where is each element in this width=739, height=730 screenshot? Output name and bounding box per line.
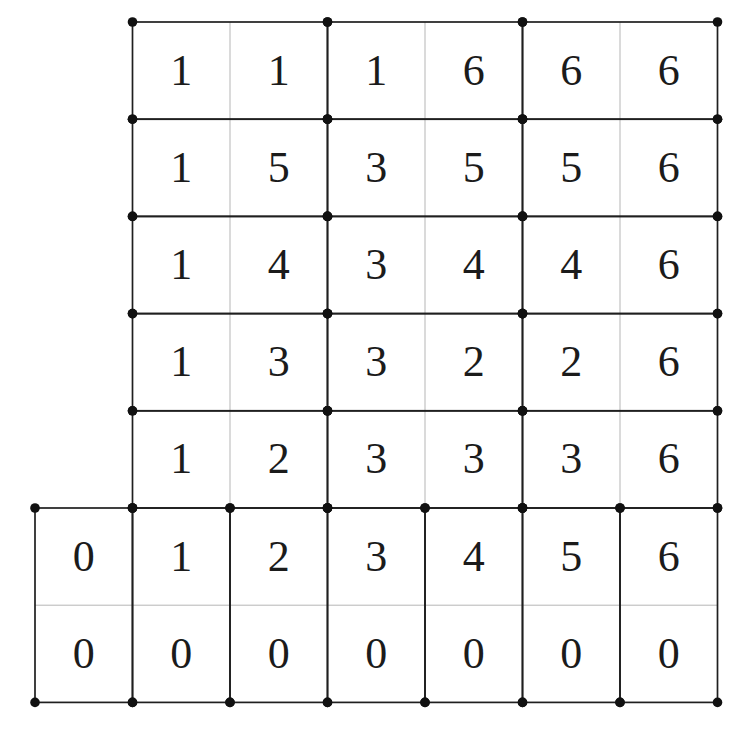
cell-r2c1: 1	[133, 216, 231, 313]
cell-r2c4: 4	[425, 216, 523, 313]
cell-r2c6: 6	[620, 216, 718, 313]
cell-r4c3: 3	[328, 411, 426, 508]
cell-r1c2: 5	[230, 119, 328, 216]
cell-r6c2: 0	[230, 605, 328, 702]
cell-r6c6: 0	[620, 605, 718, 702]
board-grid: 1116661535561434461332261233360123456000…	[35, 22, 718, 702]
cell-r4c6: 6	[620, 411, 718, 508]
cell-r6c5: 0	[523, 605, 621, 702]
cell-r0c3: 1	[328, 22, 426, 119]
cell-r2c5: 4	[523, 216, 621, 313]
cell-r4c4: 3	[425, 411, 523, 508]
cell-r5c1: 1	[133, 508, 231, 605]
cell-r0c6: 6	[620, 22, 718, 119]
cell-r0c1: 1	[133, 22, 231, 119]
cell-r5c2: 2	[230, 508, 328, 605]
cell-r2c3: 3	[328, 216, 426, 313]
cell-r0c5: 6	[523, 22, 621, 119]
cell-r1c3: 3	[328, 119, 426, 216]
cell-r4c2: 2	[230, 411, 328, 508]
cell-r6c0: 0	[35, 605, 133, 702]
cell-r1c1: 1	[133, 119, 231, 216]
cell-r5c0: 0	[35, 508, 133, 605]
cell-r6c4: 0	[425, 605, 523, 702]
cell-r4c5: 3	[523, 411, 621, 508]
cell-r5c4: 4	[425, 508, 523, 605]
cell-r1c6: 6	[620, 119, 718, 216]
cell-r0c2: 1	[230, 22, 328, 119]
cell-r5c3: 3	[328, 508, 426, 605]
cell-r4c1: 1	[133, 411, 231, 508]
cell-r6c1: 0	[133, 605, 231, 702]
cell-r3c2: 3	[230, 314, 328, 411]
cell-r3c1: 1	[133, 314, 231, 411]
cell-r5c5: 5	[523, 508, 621, 605]
domino-tiling-diagram: 1116661535561434461332261233360123456000…	[0, 0, 739, 730]
cell-r1c4: 5	[425, 119, 523, 216]
cell-r3c6: 6	[620, 314, 718, 411]
cell-r5c6: 6	[620, 508, 718, 605]
cell-r1c5: 5	[523, 119, 621, 216]
cell-r2c2: 4	[230, 216, 328, 313]
cell-r3c3: 3	[328, 314, 426, 411]
cell-r3c5: 2	[523, 314, 621, 411]
cell-r3c4: 2	[425, 314, 523, 411]
cell-r0c4: 6	[425, 22, 523, 119]
cell-r6c3: 0	[328, 605, 426, 702]
